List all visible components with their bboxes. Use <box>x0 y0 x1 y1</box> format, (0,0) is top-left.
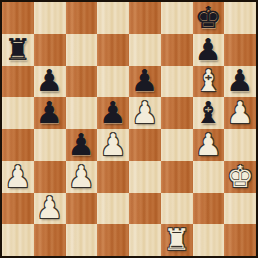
white-king[interactable]: ♚ <box>227 162 254 192</box>
white-pawn[interactable]: ♟ <box>4 162 31 192</box>
white-pawn[interactable]: ♟ <box>227 98 254 128</box>
square-a3[interactable]: ♟ <box>2 161 34 193</box>
square-e2[interactable] <box>129 193 161 225</box>
square-f4[interactable] <box>161 129 193 161</box>
square-a4[interactable] <box>2 129 34 161</box>
square-g1[interactable] <box>193 224 225 256</box>
square-a2[interactable] <box>2 193 34 225</box>
square-f8[interactable] <box>161 2 193 34</box>
white-pawn[interactable]: ♟ <box>131 98 158 128</box>
square-e7[interactable] <box>129 34 161 66</box>
square-c1[interactable] <box>66 224 98 256</box>
black-pawn[interactable]: ♟ <box>131 66 158 96</box>
square-b6[interactable]: ♟ <box>34 66 66 98</box>
square-d1[interactable] <box>97 224 129 256</box>
square-h5[interactable]: ♟ <box>224 97 256 129</box>
square-c5[interactable] <box>66 97 98 129</box>
square-g8[interactable]: ♚ <box>193 2 225 34</box>
white-pawn[interactable]: ♟ <box>100 130 127 160</box>
square-a8[interactable] <box>2 2 34 34</box>
square-a1[interactable] <box>2 224 34 256</box>
square-e1[interactable] <box>129 224 161 256</box>
square-c7[interactable] <box>66 34 98 66</box>
square-g5[interactable]: ♝ <box>193 97 225 129</box>
square-c6[interactable] <box>66 66 98 98</box>
black-pawn[interactable]: ♟ <box>36 98 63 128</box>
black-pawn[interactable]: ♟ <box>227 66 254 96</box>
square-d8[interactable] <box>97 2 129 34</box>
square-e4[interactable] <box>129 129 161 161</box>
square-e8[interactable] <box>129 2 161 34</box>
square-e3[interactable] <box>129 161 161 193</box>
square-g4[interactable]: ♟ <box>193 129 225 161</box>
square-e6[interactable]: ♟ <box>129 66 161 98</box>
square-f7[interactable] <box>161 34 193 66</box>
black-pawn[interactable]: ♟ <box>36 66 63 96</box>
square-f2[interactable] <box>161 193 193 225</box>
square-h1[interactable] <box>224 224 256 256</box>
square-a5[interactable] <box>2 97 34 129</box>
white-rook[interactable]: ♜ <box>163 225 190 255</box>
white-bishop[interactable]: ♝ <box>195 66 222 96</box>
square-g2[interactable] <box>193 193 225 225</box>
square-h6[interactable]: ♟ <box>224 66 256 98</box>
square-c4[interactable]: ♟ <box>66 129 98 161</box>
square-a6[interactable] <box>2 66 34 98</box>
square-d6[interactable] <box>97 66 129 98</box>
square-h2[interactable] <box>224 193 256 225</box>
square-d2[interactable] <box>97 193 129 225</box>
square-g7[interactable]: ♟ <box>193 34 225 66</box>
square-b8[interactable] <box>34 2 66 34</box>
black-pawn[interactable]: ♟ <box>195 35 222 65</box>
chess-board: ♚♜♟♟♟♝♟♟♟♟♝♟♟♟♟♟♟♚♟♜ <box>2 2 256 256</box>
square-c8[interactable] <box>66 2 98 34</box>
square-d4[interactable]: ♟ <box>97 129 129 161</box>
square-h3[interactable]: ♚ <box>224 161 256 193</box>
square-f5[interactable] <box>161 97 193 129</box>
square-h8[interactable] <box>224 2 256 34</box>
black-pawn[interactable]: ♟ <box>100 98 127 128</box>
square-e5[interactable]: ♟ <box>129 97 161 129</box>
black-rook[interactable]: ♜ <box>4 35 31 65</box>
square-b2[interactable]: ♟ <box>34 193 66 225</box>
square-d3[interactable] <box>97 161 129 193</box>
square-b1[interactable] <box>34 224 66 256</box>
square-c2[interactable] <box>66 193 98 225</box>
square-g3[interactable] <box>193 161 225 193</box>
square-f3[interactable] <box>161 161 193 193</box>
black-pawn[interactable]: ♟ <box>68 130 95 160</box>
square-c3[interactable]: ♟ <box>66 161 98 193</box>
white-pawn[interactable]: ♟ <box>195 130 222 160</box>
square-d5[interactable]: ♟ <box>97 97 129 129</box>
square-h4[interactable] <box>224 129 256 161</box>
square-f1[interactable]: ♜ <box>161 224 193 256</box>
white-pawn[interactable]: ♟ <box>68 162 95 192</box>
square-b5[interactable]: ♟ <box>34 97 66 129</box>
square-g6[interactable]: ♝ <box>193 66 225 98</box>
board-frame: ♚♜♟♟♟♝♟♟♟♟♝♟♟♟♟♟♟♚♟♜ <box>0 0 258 258</box>
black-king[interactable]: ♚ <box>195 3 222 33</box>
square-h7[interactable] <box>224 34 256 66</box>
square-d7[interactable] <box>97 34 129 66</box>
square-a7[interactable]: ♜ <box>2 34 34 66</box>
white-pawn[interactable]: ♟ <box>36 193 63 223</box>
square-b4[interactable] <box>34 129 66 161</box>
black-bishop[interactable]: ♝ <box>195 98 222 128</box>
square-b3[interactable] <box>34 161 66 193</box>
square-f6[interactable] <box>161 66 193 98</box>
square-b7[interactable] <box>34 34 66 66</box>
